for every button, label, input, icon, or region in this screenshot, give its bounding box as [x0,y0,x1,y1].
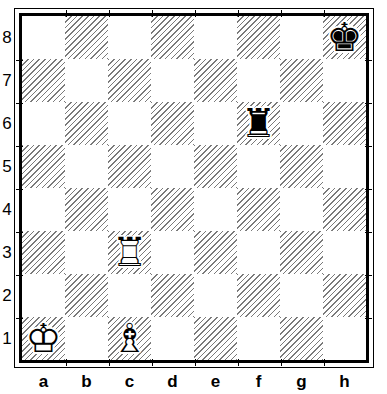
frame-tick [365,146,372,147]
frame-tick [195,359,196,366]
rank-label-1: 1 [0,317,14,360]
file-label-a: a [22,371,65,392]
square-g3[interactable] [280,231,323,274]
square-g1[interactable] [280,317,323,360]
square-d5[interactable] [151,145,194,188]
file-label-d: d [151,371,194,392]
square-b3[interactable] [65,231,108,274]
square-h8[interactable]: ♚♚ [323,16,366,59]
square-f5[interactable] [237,145,280,188]
square-h7[interactable] [323,59,366,102]
square-b7[interactable] [65,59,108,102]
square-f7[interactable] [237,59,280,102]
piece-white-king[interactable]: ♚♔ [22,317,65,360]
frame-tick [16,103,23,104]
square-f3[interactable] [237,231,280,274]
square-e1[interactable] [194,317,237,360]
frame-tick [281,359,282,366]
frame-tick [152,10,153,17]
square-g4[interactable] [280,188,323,231]
square-b4[interactable] [65,188,108,231]
square-a8[interactable] [22,16,65,59]
square-a4[interactable] [22,188,65,231]
frame-tick [365,275,372,276]
square-e6[interactable] [194,102,237,145]
frame-tick [109,359,110,366]
file-label-b: b [65,371,108,392]
rank-label-8: 8 [0,16,14,59]
square-e7[interactable] [194,59,237,102]
square-f2[interactable] [237,274,280,317]
square-c7[interactable] [108,59,151,102]
square-b1[interactable] [65,317,108,360]
square-e5[interactable] [194,145,237,188]
square-e8[interactable] [194,16,237,59]
frame-tick [365,60,372,61]
frame-tick [365,189,372,190]
frame-tick [324,10,325,17]
frame-tick [238,10,239,17]
square-f1[interactable] [237,317,280,360]
rank-label-5: 5 [0,145,14,188]
square-f4[interactable] [237,188,280,231]
frame-tick [16,318,23,319]
piece-white-bishop[interactable]: ♝♗ [108,317,151,360]
rank-label-3: 3 [0,231,14,274]
rank-label-7: 7 [0,59,14,102]
frame-tick [109,10,110,17]
square-b6[interactable] [65,102,108,145]
square-c2[interactable] [108,274,151,317]
square-c4[interactable] [108,188,151,231]
piece-black-king[interactable]: ♚♚ [323,16,366,59]
square-a1[interactable]: ♚♔ [22,317,65,360]
square-e4[interactable] [194,188,237,231]
square-f6[interactable]: ♜♜ [237,102,280,145]
frame-tick [66,10,67,17]
frame-tick [16,60,23,61]
square-g2[interactable] [280,274,323,317]
frame-tick [324,359,325,366]
square-d8[interactable] [151,16,194,59]
square-e2[interactable] [194,274,237,317]
frame-tick [16,275,23,276]
frame-tick [365,318,372,319]
square-d7[interactable] [151,59,194,102]
square-g7[interactable] [280,59,323,102]
square-c3[interactable]: ♜♖ [108,231,151,274]
frame-tick [238,359,239,366]
square-h5[interactable] [323,145,366,188]
frame-tick [16,146,23,147]
square-d2[interactable] [151,274,194,317]
square-c1[interactable]: ♝♗ [108,317,151,360]
rank-label-6: 6 [0,102,14,145]
piece-glyph: ♗ [108,317,151,360]
square-h6[interactable] [323,102,366,145]
square-a7[interactable] [22,59,65,102]
chess-diagram: 87654321 ♚♚♜♜♜♖♚♔♝♗ abcdefgh [0,0,387,394]
square-e3[interactable] [194,231,237,274]
piece-black-rook[interactable]: ♜♜ [237,102,280,145]
square-a3[interactable] [22,231,65,274]
piece-white-rook[interactable]: ♜♖ [108,231,151,274]
piece-glyph: ♖ [108,231,151,274]
file-label-g: g [280,371,323,392]
frame-tick [365,232,372,233]
square-h2[interactable] [323,274,366,317]
frame-tick [16,232,23,233]
file-label-h: h [323,371,366,392]
square-b2[interactable] [65,274,108,317]
piece-glyph: ♜ [237,102,280,145]
square-h1[interactable] [323,317,366,360]
file-label-c: c [108,371,151,392]
rank-labels: 87654321 [0,16,14,360]
square-h4[interactable] [323,188,366,231]
square-c6[interactable] [108,102,151,145]
square-g8[interactable] [280,16,323,59]
square-d3[interactable] [151,231,194,274]
file-label-e: e [194,371,237,392]
square-g6[interactable] [280,102,323,145]
square-c8[interactable] [108,16,151,59]
square-d1[interactable] [151,317,194,360]
frame-tick [195,10,196,17]
rank-label-2: 2 [0,274,14,317]
file-labels: abcdefgh [22,371,366,392]
square-a2[interactable] [22,274,65,317]
square-c5[interactable] [108,145,151,188]
frame-tick [365,103,372,104]
rank-label-4: 4 [0,188,14,231]
board-frame: ♚♚♜♜♜♖♚♔♝♗ [14,8,374,368]
square-d6[interactable] [151,102,194,145]
piece-glyph: ♔ [22,317,65,360]
square-b5[interactable] [65,145,108,188]
square-a6[interactable] [22,102,65,145]
square-a5[interactable] [22,145,65,188]
frame-tick [16,189,23,190]
chess-board: ♚♚♜♜♜♖♚♔♝♗ [19,13,369,363]
square-g5[interactable] [280,145,323,188]
square-h3[interactable] [323,231,366,274]
piece-glyph: ♚ [323,16,366,59]
frame-tick [66,359,67,366]
board-grid: ♚♚♜♜♜♖♚♔♝♗ [22,16,366,360]
square-b8[interactable] [65,16,108,59]
frame-tick [281,10,282,17]
square-f8[interactable] [237,16,280,59]
file-label-f: f [237,371,280,392]
frame-tick [152,359,153,366]
square-d4[interactable] [151,188,194,231]
